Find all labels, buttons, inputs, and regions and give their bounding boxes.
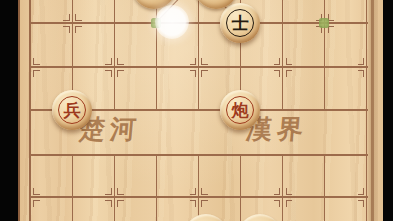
letterbox-left bbox=[0, 0, 18, 221]
piece-ring: 炮 bbox=[226, 96, 254, 124]
piece-glyph: 炮 bbox=[232, 101, 249, 118]
piece-black-advisor[interactable]: 士 bbox=[220, 3, 260, 43]
piece-ring: 士 bbox=[226, 9, 254, 37]
piece-glyph: 兵 bbox=[64, 101, 81, 118]
piece-red-soldier[interactable]: 兵 bbox=[52, 90, 92, 130]
piece-ring: 兵 bbox=[58, 96, 86, 124]
video-frame: 楚河 漢界 士兵炮 bbox=[0, 0, 393, 221]
board-right-border bbox=[371, 0, 374, 221]
piece-red-cannon[interactable]: 炮 bbox=[220, 90, 260, 130]
board-left-border bbox=[18, 0, 20, 221]
letterbox-right bbox=[383, 0, 393, 221]
piece-glyph: 士 bbox=[232, 14, 249, 31]
